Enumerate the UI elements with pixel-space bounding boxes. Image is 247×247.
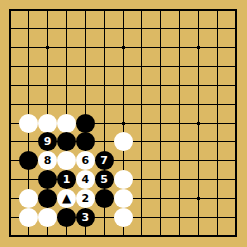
- stone-white[interactable]: [19, 114, 38, 133]
- stone-black-move-1[interactable]: 1: [57, 170, 76, 189]
- grid-line-vertical: [141, 9, 142, 237]
- stone-white-move-8[interactable]: 8: [38, 151, 57, 170]
- hoshi-point: [197, 46, 200, 49]
- stone-black-move-3[interactable]: 3: [76, 208, 95, 227]
- stone-black[interactable]: [38, 170, 57, 189]
- go-board[interactable]: 9867145▲23: [0, 0, 247, 247]
- grid-line-vertical: [217, 9, 218, 237]
- hoshi-point: [122, 46, 125, 49]
- stone-white[interactable]: [19, 189, 38, 208]
- stone-black-move-7[interactable]: 7: [95, 151, 114, 170]
- stone-black[interactable]: [19, 151, 38, 170]
- stone-black[interactable]: [57, 208, 76, 227]
- stone-white[interactable]: [114, 208, 133, 227]
- grid-line-vertical: [179, 9, 180, 237]
- hoshi-point: [46, 46, 49, 49]
- stone-black[interactable]: [95, 189, 114, 208]
- stone-white[interactable]: [114, 170, 133, 189]
- stone-white-move-4[interactable]: 4: [76, 170, 95, 189]
- stone-white-triangle-marked[interactable]: ▲: [57, 189, 76, 208]
- stone-black[interactable]: [76, 132, 95, 151]
- hoshi-point: [197, 122, 200, 125]
- grid-line-vertical: [235, 9, 237, 237]
- stone-white[interactable]: [19, 208, 38, 227]
- go-diagram: 9867145▲23: [0, 0, 247, 247]
- stone-white[interactable]: [57, 151, 76, 170]
- triangle-marker-icon: ▲: [62, 189, 71, 208]
- stone-black-move-9[interactable]: 9: [38, 132, 57, 151]
- stone-black-move-5[interactable]: 5: [95, 170, 114, 189]
- stone-white[interactable]: [38, 208, 57, 227]
- stone-white-move-2[interactable]: 2: [76, 189, 95, 208]
- hoshi-point: [122, 122, 125, 125]
- stone-white[interactable]: [114, 132, 133, 151]
- hoshi-point: [197, 197, 200, 200]
- stone-white-move-6[interactable]: 6: [76, 151, 95, 170]
- stone-white[interactable]: [57, 114, 76, 133]
- stone-white[interactable]: [38, 114, 57, 133]
- stone-black[interactable]: [38, 189, 57, 208]
- stone-black[interactable]: [57, 132, 76, 151]
- grid-line-vertical: [160, 9, 161, 237]
- stone-black[interactable]: [76, 114, 95, 133]
- stone-white[interactable]: [114, 189, 133, 208]
- grid-line-horizontal: [9, 235, 237, 237]
